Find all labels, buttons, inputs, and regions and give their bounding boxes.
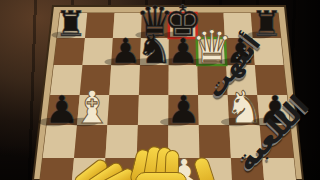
square-a3[interactable] — [38, 158, 74, 180]
right-glove-palm — [135, 172, 187, 180]
game-screen: ♜♛♚♜♟♞♟♛♟♟♝♟♞♟♟ أنتهت الللعبة — [0, 0, 320, 180]
piece-black-pawn-e5[interactable]: ♟ — [166, 87, 200, 132]
piece-black-rook-a8[interactable]: ♜ — [55, 3, 87, 44]
piece-white-bishop-b5[interactable]: ♝ — [72, 81, 112, 134]
